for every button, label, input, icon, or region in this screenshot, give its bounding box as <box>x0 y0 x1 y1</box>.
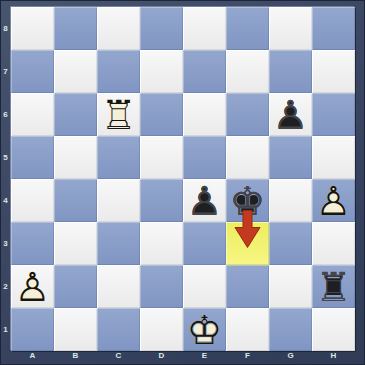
white-rook-outline-icon: ♖ <box>97 93 140 136</box>
file-label-c: C <box>97 351 140 363</box>
file-label-b: B <box>54 351 97 363</box>
square-b1[interactable] <box>54 308 97 351</box>
white-pawn-outline-icon: ♙ <box>11 265 54 308</box>
square-g1[interactable] <box>269 308 312 351</box>
square-d5[interactable] <box>140 136 183 179</box>
square-b4[interactable] <box>54 179 97 222</box>
square-d1[interactable] <box>140 308 183 351</box>
square-e5[interactable] <box>183 136 226 179</box>
square-g5[interactable] <box>269 136 312 179</box>
square-h7[interactable] <box>312 50 355 93</box>
square-b2[interactable] <box>54 265 97 308</box>
black-pawn-outline-icon: ♙ <box>269 93 312 136</box>
square-f1[interactable] <box>226 308 269 351</box>
square-a6[interactable] <box>11 93 54 136</box>
square-g3[interactable] <box>269 222 312 265</box>
square-b6[interactable] <box>54 93 97 136</box>
square-e8[interactable] <box>183 7 226 50</box>
square-b7[interactable] <box>54 50 97 93</box>
square-a4[interactable] <box>11 179 54 222</box>
square-f3[interactable] <box>226 222 269 265</box>
square-g8[interactable] <box>269 7 312 50</box>
rank-label-7: 7 <box>0 50 11 93</box>
square-e6[interactable] <box>183 93 226 136</box>
square-e7[interactable] <box>183 50 226 93</box>
square-h1[interactable] <box>312 308 355 351</box>
square-f8[interactable] <box>226 7 269 50</box>
piece-white-rook-c6[interactable]: ♜♖ <box>97 93 140 136</box>
file-label-h: H <box>312 351 355 363</box>
piece-black-rook-h2[interactable]: ♜♖ <box>312 265 355 308</box>
file-label-f: F <box>226 351 269 363</box>
square-h3[interactable] <box>312 222 355 265</box>
rank-label-5: 5 <box>0 136 11 179</box>
square-a1[interactable] <box>11 308 54 351</box>
piece-white-pawn-h4[interactable]: ♟♙ <box>312 179 355 222</box>
square-e2[interactable] <box>183 265 226 308</box>
square-a5[interactable] <box>11 136 54 179</box>
square-h8[interactable] <box>312 7 355 50</box>
square-c2[interactable] <box>97 265 140 308</box>
black-king-outline-icon: ♔ <box>226 179 269 222</box>
square-f2[interactable] <box>226 265 269 308</box>
square-b5[interactable] <box>54 136 97 179</box>
square-c1[interactable] <box>97 308 140 351</box>
square-d7[interactable] <box>140 50 183 93</box>
file-label-e: E <box>183 351 226 363</box>
square-d2[interactable] <box>140 265 183 308</box>
piece-black-pawn-e4[interactable]: ♟♙ <box>183 179 226 222</box>
black-rook-outline-icon: ♖ <box>312 265 355 308</box>
white-pawn-outline-icon: ♙ <box>312 179 355 222</box>
square-c4[interactable] <box>97 179 140 222</box>
square-c3[interactable] <box>97 222 140 265</box>
piece-black-king-f4[interactable]: ♚♔ <box>226 179 269 222</box>
piece-black-pawn-g6[interactable]: ♟♙ <box>269 93 312 136</box>
rank-label-1: 1 <box>0 308 11 351</box>
square-d4[interactable] <box>140 179 183 222</box>
square-f6[interactable] <box>226 93 269 136</box>
square-g7[interactable] <box>269 50 312 93</box>
square-f7[interactable] <box>226 50 269 93</box>
file-label-a: A <box>11 351 54 363</box>
square-d3[interactable] <box>140 222 183 265</box>
square-e3[interactable] <box>183 222 226 265</box>
square-b3[interactable] <box>54 222 97 265</box>
file-label-g: G <box>269 351 312 363</box>
square-a3[interactable] <box>11 222 54 265</box>
square-c8[interactable] <box>97 7 140 50</box>
square-h6[interactable] <box>312 93 355 136</box>
square-c5[interactable] <box>97 136 140 179</box>
white-king-outline-icon: ♔ <box>183 308 226 351</box>
square-a8[interactable] <box>11 7 54 50</box>
rank-label-4: 4 <box>0 179 11 222</box>
rank-label-6: 6 <box>0 93 11 136</box>
rank-label-3: 3 <box>0 222 11 265</box>
piece-white-king-e1[interactable]: ♚♔ <box>183 308 226 351</box>
square-g2[interactable] <box>269 265 312 308</box>
piece-white-pawn-a2[interactable]: ♟♙ <box>11 265 54 308</box>
black-pawn-outline-icon: ♙ <box>183 179 226 222</box>
square-f5[interactable] <box>226 136 269 179</box>
rank-label-8: 8 <box>0 7 11 50</box>
board-frame: ABCDEFGH 87654321 ♜♖♟♙♟♙♚♔♟♙♟♙♜♖♚♔ <box>0 0 365 365</box>
square-h5[interactable] <box>312 136 355 179</box>
square-g4[interactable] <box>269 179 312 222</box>
square-a7[interactable] <box>11 50 54 93</box>
file-label-d: D <box>140 351 183 363</box>
square-d8[interactable] <box>140 7 183 50</box>
square-b8[interactable] <box>54 7 97 50</box>
square-d6[interactable] <box>140 93 183 136</box>
square-c7[interactable] <box>97 50 140 93</box>
rank-label-2: 2 <box>0 265 11 308</box>
